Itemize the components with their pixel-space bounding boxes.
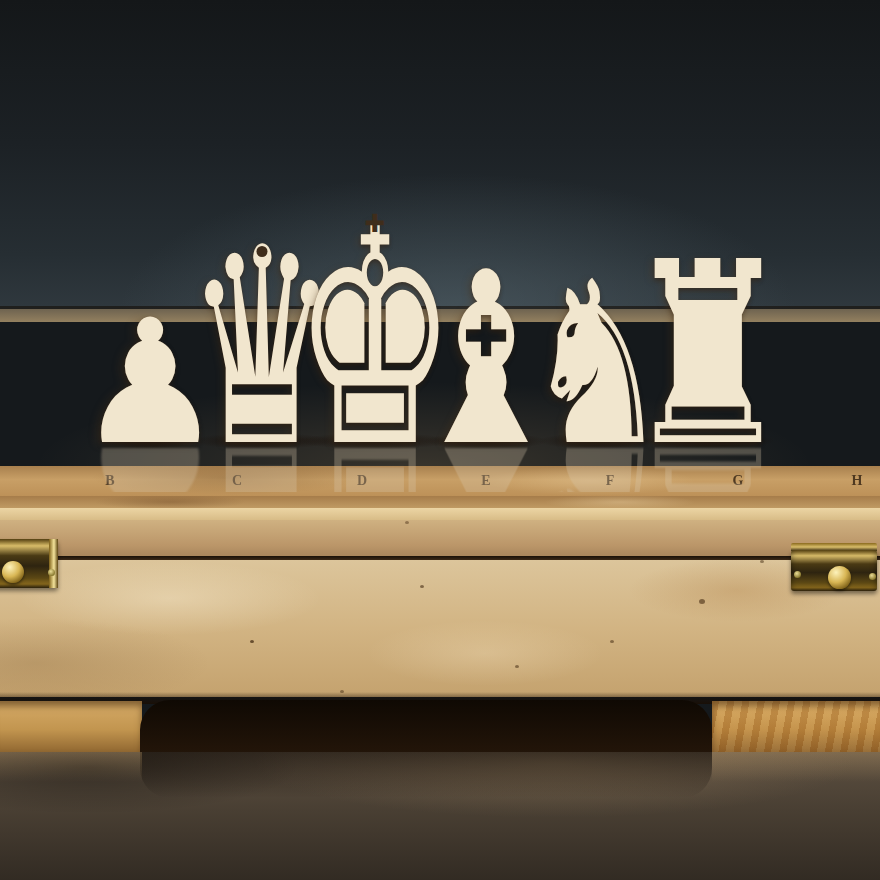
left-foot-reflection xyxy=(0,752,142,782)
left-brass-latch xyxy=(0,539,58,588)
latch-screw xyxy=(869,573,876,580)
gap-reflection xyxy=(140,752,712,798)
right-brass-latch xyxy=(791,550,877,591)
right-foot xyxy=(712,701,880,753)
white-rook[interactable]: ♜ xyxy=(623,229,792,481)
board-edge-lower xyxy=(0,520,880,556)
wood-knots xyxy=(250,640,254,643)
scene: ABCDEFGH ♟♟♛♛♚♚✚♝♝♞♞♜♜ xyxy=(0,0,880,880)
under-box-shadow-gap xyxy=(140,700,712,754)
file-label-h: H xyxy=(852,473,863,489)
latch-knob xyxy=(2,561,24,583)
latch-hinge xyxy=(49,539,58,588)
box-front-panel xyxy=(0,560,880,697)
latch-screw xyxy=(48,569,55,576)
left-foot xyxy=(0,701,142,753)
latch-knob xyxy=(828,566,851,589)
right-foot-reflection xyxy=(712,752,880,782)
latch-screw xyxy=(794,571,801,578)
